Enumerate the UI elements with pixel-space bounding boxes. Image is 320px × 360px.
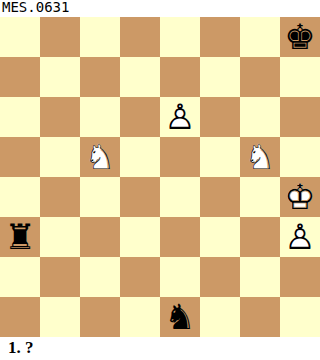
- square-e4[interactable]: [160, 177, 200, 217]
- piece-white-pawn-e6[interactable]: ♟♙: [160, 97, 200, 137]
- square-b3[interactable]: [40, 217, 80, 257]
- square-a4[interactable]: [0, 177, 40, 217]
- square-g4[interactable]: [240, 177, 280, 217]
- rook-glyph: ♜: [0, 217, 40, 257]
- square-b6[interactable]: [40, 97, 80, 137]
- piece-white-king-h4[interactable]: ♚♔: [280, 177, 320, 217]
- square-g1[interactable]: [240, 297, 280, 337]
- square-c4[interactable]: [80, 177, 120, 217]
- square-g5[interactable]: ♞♘: [240, 137, 280, 177]
- page-title: MES.0631: [0, 0, 320, 17]
- square-h4[interactable]: ♚♔: [280, 177, 320, 217]
- piece-black-knight-e1[interactable]: ♞: [160, 297, 200, 337]
- square-d3[interactable]: [120, 217, 160, 257]
- square-f1[interactable]: [200, 297, 240, 337]
- square-a8[interactable]: [0, 17, 40, 57]
- square-c7[interactable]: [80, 57, 120, 97]
- square-d7[interactable]: [120, 57, 160, 97]
- knight-glyph: ♞: [160, 297, 200, 337]
- square-f4[interactable]: [200, 177, 240, 217]
- square-h1[interactable]: [280, 297, 320, 337]
- square-c8[interactable]: [80, 17, 120, 57]
- square-e2[interactable]: [160, 257, 200, 297]
- move-prompt: 1. ?: [0, 337, 320, 360]
- square-b8[interactable]: [40, 17, 80, 57]
- square-b7[interactable]: [40, 57, 80, 97]
- square-a5[interactable]: [0, 137, 40, 177]
- square-g2[interactable]: [240, 257, 280, 297]
- square-e8[interactable]: [160, 17, 200, 57]
- square-b5[interactable]: [40, 137, 80, 177]
- square-h5[interactable]: [280, 137, 320, 177]
- pawn-outline-glyph: ♙: [160, 97, 200, 137]
- square-e3[interactable]: [160, 217, 200, 257]
- square-f6[interactable]: [200, 97, 240, 137]
- square-f2[interactable]: [200, 257, 240, 297]
- square-h7[interactable]: [280, 57, 320, 97]
- king-outline-glyph: ♔: [280, 177, 320, 217]
- chess-diagram-page: MES.0631 ♚♟♙♞♘♞♘♚♔♜♟♙♞ 1. ?: [0, 0, 320, 360]
- square-h3[interactable]: ♟♙: [280, 217, 320, 257]
- square-b4[interactable]: [40, 177, 80, 217]
- square-g3[interactable]: [240, 217, 280, 257]
- square-d4[interactable]: [120, 177, 160, 217]
- square-b2[interactable]: [40, 257, 80, 297]
- square-h8[interactable]: ♚: [280, 17, 320, 57]
- square-c2[interactable]: [80, 257, 120, 297]
- square-h6[interactable]: [280, 97, 320, 137]
- square-c6[interactable]: [80, 97, 120, 137]
- square-d2[interactable]: [120, 257, 160, 297]
- piece-white-knight-c5[interactable]: ♞♘: [80, 137, 120, 177]
- square-e1[interactable]: ♞: [160, 297, 200, 337]
- square-g8[interactable]: [240, 17, 280, 57]
- knight-outline-glyph: ♘: [240, 137, 280, 177]
- square-f7[interactable]: [200, 57, 240, 97]
- square-c3[interactable]: [80, 217, 120, 257]
- square-a2[interactable]: [0, 257, 40, 297]
- square-f3[interactable]: [200, 217, 240, 257]
- square-a3[interactable]: ♜: [0, 217, 40, 257]
- square-g7[interactable]: [240, 57, 280, 97]
- square-e5[interactable]: [160, 137, 200, 177]
- square-h2[interactable]: [280, 257, 320, 297]
- piece-white-knight-g5[interactable]: ♞♘: [240, 137, 280, 177]
- square-f8[interactable]: [200, 17, 240, 57]
- square-e7[interactable]: [160, 57, 200, 97]
- chess-board: ♚♟♙♞♘♞♘♚♔♜♟♙♞: [0, 17, 320, 337]
- piece-white-pawn-h3[interactable]: ♟♙: [280, 217, 320, 257]
- square-d8[interactable]: [120, 17, 160, 57]
- pawn-outline-glyph: ♙: [280, 217, 320, 257]
- square-d1[interactable]: [120, 297, 160, 337]
- knight-outline-glyph: ♘: [80, 137, 120, 177]
- piece-black-rook-a3[interactable]: ♜: [0, 217, 40, 257]
- square-g6[interactable]: [240, 97, 280, 137]
- square-d6[interactable]: [120, 97, 160, 137]
- square-a1[interactable]: [0, 297, 40, 337]
- piece-black-king-h8[interactable]: ♚: [280, 17, 320, 57]
- square-a7[interactable]: [0, 57, 40, 97]
- square-c1[interactable]: [80, 297, 120, 337]
- king-glyph: ♚: [280, 17, 320, 57]
- square-f5[interactable]: [200, 137, 240, 177]
- square-c5[interactable]: ♞♘: [80, 137, 120, 177]
- square-a6[interactable]: [0, 97, 40, 137]
- square-d5[interactable]: [120, 137, 160, 177]
- square-e6[interactable]: ♟♙: [160, 97, 200, 137]
- square-b1[interactable]: [40, 297, 80, 337]
